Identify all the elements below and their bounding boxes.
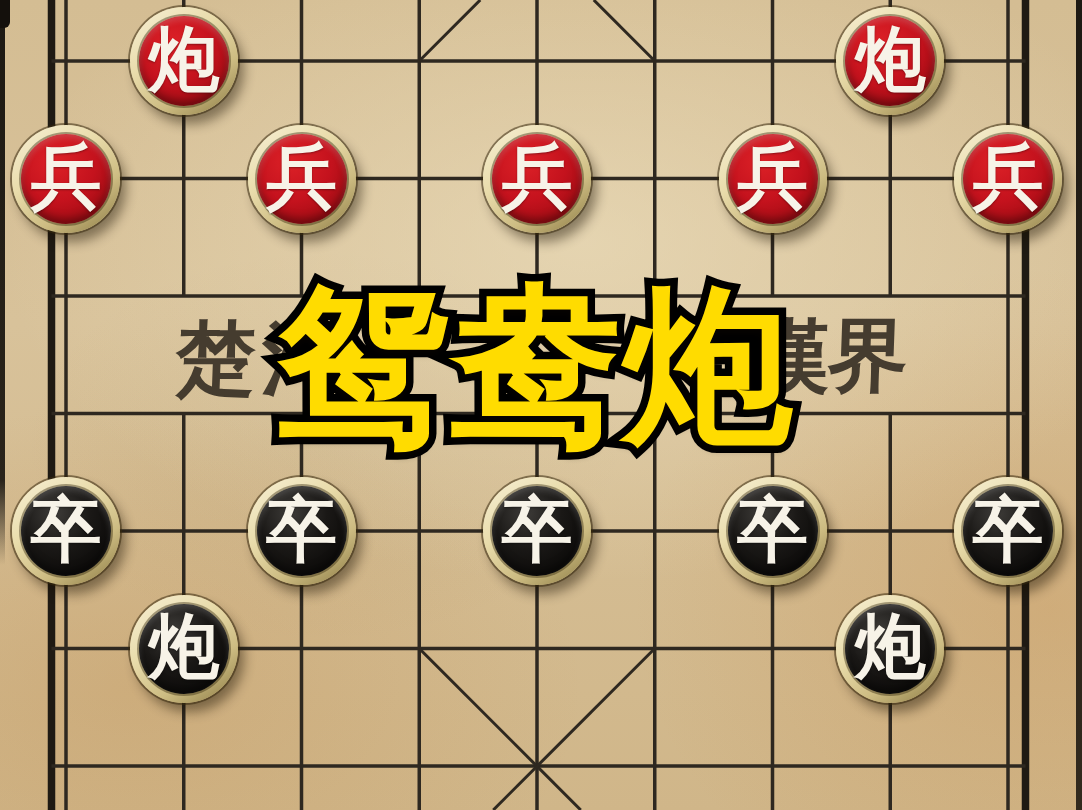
piece-red-soldier[interactable]: 兵: [719, 125, 827, 233]
piece-glyph: 兵: [31, 141, 102, 212]
grid-line: [594, 0, 655, 61]
river-char-chu: 楚: [175, 318, 258, 398]
piece-glyph: 卒: [31, 494, 102, 565]
piece-red-cannon[interactable]: 炮: [130, 7, 238, 115]
piece-disc: 炮: [845, 16, 935, 106]
piece-glyph: 炮: [148, 24, 219, 95]
piece-black-soldier[interactable]: 卒: [248, 477, 356, 585]
piece-disc: 卒: [728, 486, 818, 576]
piece-black-cannon[interactable]: 炮: [836, 595, 944, 703]
grid-line: [419, 649, 581, 810]
piece-black-soldier[interactable]: 卒: [954, 477, 1062, 585]
piece-disc: 兵: [728, 134, 818, 224]
piece-red-soldier[interactable]: 兵: [954, 125, 1062, 233]
piece-glyph: 炮: [855, 611, 926, 682]
river-char-jie: 界: [827, 315, 910, 395]
piece-disc: 兵: [492, 134, 582, 224]
piece-black-soldier[interactable]: 卒: [12, 477, 120, 585]
piece-disc: 炮: [845, 604, 935, 694]
piece-glyph: 兵: [266, 141, 337, 212]
piece-glyph: 卒: [737, 494, 808, 565]
piece-red-soldier[interactable]: 兵: [248, 125, 356, 233]
piece-red-soldier[interactable]: 兵: [483, 125, 591, 233]
piece-disc: 卒: [21, 486, 111, 576]
piece-glyph: 兵: [737, 141, 808, 212]
piece-black-cannon[interactable]: 炮: [130, 595, 238, 703]
piece-black-soldier[interactable]: 卒: [719, 477, 827, 585]
piece-glyph: 卒: [502, 494, 573, 565]
piece-red-cannon[interactable]: 炮: [836, 7, 944, 115]
piece-glyph: 卒: [266, 494, 337, 565]
piece-disc: 兵: [257, 134, 347, 224]
corner-artifact: [0, 0, 10, 28]
grid-line: [419, 0, 480, 61]
left-edge-shadow: [0, 0, 5, 565]
piece-disc: 兵: [21, 134, 111, 224]
piece-glyph: 炮: [855, 24, 926, 95]
right-edge-shadow: [1076, 0, 1082, 810]
piece-glyph: 炮: [148, 611, 219, 682]
piece-disc: 兵: [963, 134, 1053, 224]
piece-glyph: 卒: [973, 494, 1044, 565]
piece-red-soldier[interactable]: 兵: [12, 125, 120, 233]
xiangqi-board-screenshot: 楚河漢界 炮炮兵兵兵兵兵卒卒卒卒卒炮炮 鸳鸯炮: [0, 0, 1082, 810]
piece-disc: 卒: [257, 486, 347, 576]
grid-line: [493, 649, 655, 810]
piece-black-soldier[interactable]: 卒: [483, 477, 591, 585]
opening-title-overlay: 鸳鸯炮: [279, 281, 795, 451]
piece-disc: 卒: [963, 486, 1053, 576]
piece-disc: 炮: [139, 604, 229, 694]
piece-disc: 炮: [139, 16, 229, 106]
piece-glyph: 兵: [973, 141, 1044, 212]
piece-disc: 卒: [492, 486, 582, 576]
piece-glyph: 兵: [502, 141, 573, 212]
